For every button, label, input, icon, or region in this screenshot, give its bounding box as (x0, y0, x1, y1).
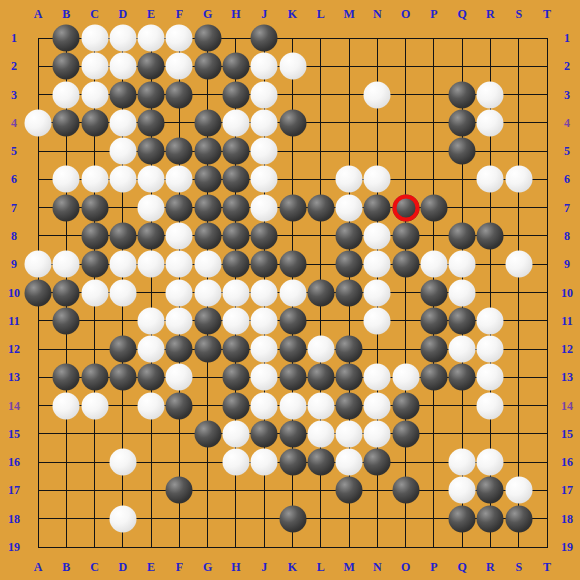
white-stone-G10[interactable] (194, 279, 221, 306)
white-stone-B6[interactable] (53, 166, 80, 193)
row-label-left-16: 16 (8, 456, 20, 468)
row-label-left-9: 9 (11, 258, 17, 270)
row-label-right-10: 10 (561, 287, 573, 299)
black-stone-K4[interactable] (279, 109, 306, 136)
white-stone-R16[interactable] (477, 449, 504, 476)
row-label-left-12: 12 (8, 343, 20, 355)
row-label-left-5: 5 (11, 145, 17, 157)
row-label-right-2: 2 (564, 60, 570, 72)
black-stone-H8[interactable] (222, 222, 249, 249)
black-stone-F3[interactable] (166, 81, 193, 108)
column-label-bottom-L: L (317, 561, 325, 573)
column-label-bottom-A: A (34, 561, 43, 573)
black-stone-G4[interactable] (194, 109, 221, 136)
row-label-right-15: 15 (561, 428, 573, 440)
black-stone-O17[interactable] (392, 477, 419, 504)
white-stone-N9[interactable] (364, 251, 391, 278)
row-label-left-6: 6 (11, 173, 17, 185)
white-stone-N11[interactable] (364, 307, 391, 334)
row-label-right-9: 9 (564, 258, 570, 270)
column-label-top-N: N (373, 8, 382, 20)
white-stone-B14[interactable] (53, 392, 80, 419)
black-stone-E3[interactable] (138, 81, 165, 108)
white-stone-L15[interactable] (307, 420, 334, 447)
column-label-top-O: O (401, 8, 410, 20)
column-label-bottom-K: K (288, 561, 297, 573)
white-stone-F6[interactable] (166, 166, 193, 193)
black-stone-B1[interactable] (53, 25, 80, 52)
go-board: AABBCCDDEEFFGGHHJJKKLLMMNNOOPPQQRRSSTT11… (0, 0, 580, 580)
black-stone-A10[interactable] (25, 279, 52, 306)
white-stone-E1[interactable] (138, 25, 165, 52)
column-label-bottom-R: R (486, 561, 495, 573)
black-stone-N16[interactable] (364, 449, 391, 476)
black-stone-H9[interactable] (222, 251, 249, 278)
white-stone-N14[interactable] (364, 392, 391, 419)
black-stone-K12[interactable] (279, 336, 306, 363)
white-stone-D5[interactable] (109, 138, 136, 165)
row-label-right-14: 14 (561, 400, 573, 412)
black-stone-D13[interactable] (109, 364, 136, 391)
black-stone-Q3[interactable] (449, 81, 476, 108)
column-label-top-L: L (317, 8, 325, 20)
black-stone-H13[interactable] (222, 364, 249, 391)
column-label-bottom-H: H (231, 561, 240, 573)
white-stone-J7[interactable] (251, 194, 278, 221)
row-label-right-13: 13 (561, 371, 573, 383)
black-stone-M14[interactable] (336, 392, 363, 419)
black-stone-O8[interactable] (392, 222, 419, 249)
white-stone-Q17[interactable] (449, 477, 476, 504)
row-label-left-3: 3 (11, 89, 17, 101)
column-label-top-D: D (118, 8, 127, 20)
white-stone-K10[interactable] (279, 279, 306, 306)
column-label-bottom-F: F (176, 561, 183, 573)
grid-line-vertical (405, 38, 406, 548)
black-stone-G8[interactable] (194, 222, 221, 249)
column-label-top-K: K (288, 8, 297, 20)
column-label-top-T: T (543, 8, 551, 20)
white-stone-D16[interactable] (109, 449, 136, 476)
black-stone-H6[interactable] (222, 166, 249, 193)
black-stone-M17[interactable] (336, 477, 363, 504)
black-stone-K7[interactable] (279, 194, 306, 221)
black-stone-Q11[interactable] (449, 307, 476, 334)
white-stone-N15[interactable] (364, 420, 391, 447)
white-stone-E14[interactable] (138, 392, 165, 419)
black-stone-B10[interactable] (53, 279, 80, 306)
white-stone-L12[interactable] (307, 336, 334, 363)
white-stone-C6[interactable] (81, 166, 108, 193)
column-label-bottom-T: T (543, 561, 551, 573)
row-label-right-11: 11 (561, 315, 572, 327)
black-stone-J8[interactable] (251, 222, 278, 249)
column-label-top-J: J (261, 8, 267, 20)
white-stone-R12[interactable] (477, 336, 504, 363)
black-stone-G2[interactable] (194, 53, 221, 80)
white-stone-R4[interactable] (477, 109, 504, 136)
white-stone-D9[interactable] (109, 251, 136, 278)
black-stone-J15[interactable] (251, 420, 278, 447)
column-label-bottom-P: P (430, 561, 437, 573)
black-stone-C4[interactable] (81, 109, 108, 136)
white-stone-L14[interactable] (307, 392, 334, 419)
white-stone-F10[interactable] (166, 279, 193, 306)
column-label-top-F: F (176, 8, 183, 20)
row-label-left-11: 11 (8, 315, 19, 327)
row-label-right-6: 6 (564, 173, 570, 185)
black-stone-K15[interactable] (279, 420, 306, 447)
black-stone-P7[interactable] (420, 194, 447, 221)
black-stone-Q8[interactable] (449, 222, 476, 249)
row-label-left-7: 7 (11, 202, 17, 214)
row-label-right-4: 4 (564, 117, 570, 129)
row-label-left-17: 17 (8, 484, 20, 496)
white-stone-J10[interactable] (251, 279, 278, 306)
white-stone-Q9[interactable] (449, 251, 476, 278)
white-stone-S6[interactable] (505, 166, 532, 193)
black-stone-D3[interactable] (109, 81, 136, 108)
black-stone-H7[interactable] (222, 194, 249, 221)
black-stone-H3[interactable] (222, 81, 249, 108)
black-stone-P12[interactable] (420, 336, 447, 363)
black-stone-L10[interactable] (307, 279, 334, 306)
white-stone-D18[interactable] (109, 505, 136, 532)
black-stone-J1[interactable] (251, 25, 278, 52)
white-stone-J2[interactable] (251, 53, 278, 80)
white-stone-K14[interactable] (279, 392, 306, 419)
row-label-right-8: 8 (564, 230, 570, 242)
white-stone-H11[interactable] (222, 307, 249, 334)
white-stone-J6[interactable] (251, 166, 278, 193)
white-stone-P9[interactable] (420, 251, 447, 278)
black-stone-H12[interactable] (222, 336, 249, 363)
row-label-left-8: 8 (11, 230, 17, 242)
black-stone-K16[interactable] (279, 449, 306, 476)
white-stone-F11[interactable] (166, 307, 193, 334)
white-stone-D4[interactable] (109, 109, 136, 136)
black-stone-P13[interactable] (420, 364, 447, 391)
white-stone-E6[interactable] (138, 166, 165, 193)
black-stone-M12[interactable] (336, 336, 363, 363)
white-stone-J13[interactable] (251, 364, 278, 391)
column-label-bottom-M: M (343, 561, 354, 573)
white-stone-N8[interactable] (364, 222, 391, 249)
white-stone-E7[interactable] (138, 194, 165, 221)
black-stone-Q13[interactable] (449, 364, 476, 391)
column-label-top-H: H (231, 8, 240, 20)
black-stone-B7[interactable] (53, 194, 80, 221)
row-label-right-3: 3 (564, 89, 570, 101)
row-label-left-13: 13 (8, 371, 20, 383)
white-stone-J12[interactable] (251, 336, 278, 363)
row-label-left-18: 18 (8, 513, 20, 525)
black-stone-D12[interactable] (109, 336, 136, 363)
black-stone-C7[interactable] (81, 194, 108, 221)
black-stone-N7[interactable] (364, 194, 391, 221)
white-stone-D6[interactable] (109, 166, 136, 193)
row-label-right-18: 18 (561, 513, 573, 525)
row-label-left-1: 1 (11, 32, 17, 44)
column-label-bottom-N: N (373, 561, 382, 573)
row-label-left-2: 2 (11, 60, 17, 72)
white-stone-F2[interactable] (166, 53, 193, 80)
white-stone-C3[interactable] (81, 81, 108, 108)
black-stone-P11[interactable] (420, 307, 447, 334)
black-stone-B13[interactable] (53, 364, 80, 391)
row-label-left-14: 14 (8, 400, 20, 412)
white-stone-S9[interactable] (505, 251, 532, 278)
column-label-top-S: S (515, 8, 522, 20)
white-stone-J14[interactable] (251, 392, 278, 419)
black-stone-G5[interactable] (194, 138, 221, 165)
row-label-right-1: 1 (564, 32, 570, 44)
black-stone-F12[interactable] (166, 336, 193, 363)
black-stone-F5[interactable] (166, 138, 193, 165)
black-stone-J9[interactable] (251, 251, 278, 278)
row-label-right-16: 16 (561, 456, 573, 468)
white-stone-J3[interactable] (251, 81, 278, 108)
black-stone-K11[interactable] (279, 307, 306, 334)
column-label-bottom-E: E (147, 561, 155, 573)
column-label-top-A: A (34, 8, 43, 20)
white-stone-J4[interactable] (251, 109, 278, 136)
black-stone-E5[interactable] (138, 138, 165, 165)
white-stone-F8[interactable] (166, 222, 193, 249)
row-label-right-5: 5 (564, 145, 570, 157)
black-stone-B2[interactable] (53, 53, 80, 80)
row-label-left-19: 19 (8, 541, 20, 553)
white-stone-N10[interactable] (364, 279, 391, 306)
white-stone-N6[interactable] (364, 166, 391, 193)
white-stone-A9[interactable] (25, 251, 52, 278)
column-label-top-C: C (90, 8, 99, 20)
column-label-bottom-J: J (261, 561, 267, 573)
black-stone-G7[interactable] (194, 194, 221, 221)
black-stone-O14[interactable] (392, 392, 419, 419)
white-stone-B9[interactable] (53, 251, 80, 278)
column-label-top-G: G (203, 8, 212, 20)
row-label-right-19: 19 (561, 541, 573, 553)
black-stone-C9[interactable] (81, 251, 108, 278)
black-stone-E2[interactable] (138, 53, 165, 80)
black-stone-G12[interactable] (194, 336, 221, 363)
white-stone-A4[interactable] (25, 109, 52, 136)
black-stone-L13[interactable] (307, 364, 334, 391)
white-stone-M16[interactable] (336, 449, 363, 476)
black-stone-F14[interactable] (166, 392, 193, 419)
white-stone-S17[interactable] (505, 477, 532, 504)
black-stone-R18[interactable] (477, 505, 504, 532)
column-label-top-R: R (486, 8, 495, 20)
black-stone-O9[interactable] (392, 251, 419, 278)
white-stone-M15[interactable] (336, 420, 363, 447)
black-stone-M13[interactable] (336, 364, 363, 391)
black-stone-E13[interactable] (138, 364, 165, 391)
black-stone-F17[interactable] (166, 477, 193, 504)
black-stone-M9[interactable] (336, 251, 363, 278)
white-stone-J11[interactable] (251, 307, 278, 334)
white-stone-F9[interactable] (166, 251, 193, 278)
white-stone-R6[interactable] (477, 166, 504, 193)
column-label-top-P: P (430, 8, 437, 20)
black-stone-L16[interactable] (307, 449, 334, 476)
black-stone-G15[interactable] (194, 420, 221, 447)
white-stone-F1[interactable] (166, 25, 193, 52)
white-stone-R11[interactable] (477, 307, 504, 334)
white-stone-E12[interactable] (138, 336, 165, 363)
black-stone-D8[interactable] (109, 222, 136, 249)
white-stone-K2[interactable] (279, 53, 306, 80)
black-stone-H5[interactable] (222, 138, 249, 165)
white-stone-R13[interactable] (477, 364, 504, 391)
column-label-bottom-S: S (515, 561, 522, 573)
white-stone-E11[interactable] (138, 307, 165, 334)
white-stone-R14[interactable] (477, 392, 504, 419)
white-stone-J16[interactable] (251, 449, 278, 476)
black-stone-E4[interactable] (138, 109, 165, 136)
white-stone-N3[interactable] (364, 81, 391, 108)
white-stone-O13[interactable] (392, 364, 419, 391)
white-stone-Q10[interactable] (449, 279, 476, 306)
black-stone-M8[interactable] (336, 222, 363, 249)
white-stone-H4[interactable] (222, 109, 249, 136)
white-stone-R3[interactable] (477, 81, 504, 108)
black-stone-K13[interactable] (279, 364, 306, 391)
column-label-bottom-Q: Q (457, 561, 466, 573)
black-stone-P10[interactable] (420, 279, 447, 306)
column-label-top-E: E (147, 8, 155, 20)
white-stone-C10[interactable] (81, 279, 108, 306)
column-label-bottom-C: C (90, 561, 99, 573)
white-stone-H15[interactable] (222, 420, 249, 447)
black-stone-C8[interactable] (81, 222, 108, 249)
black-stone-B11[interactable] (53, 307, 80, 334)
black-stone-S18[interactable] (505, 505, 532, 532)
grid-line-vertical (547, 38, 548, 548)
black-stone-O7[interactable] (392, 194, 419, 221)
white-stone-G9[interactable] (194, 251, 221, 278)
white-stone-M7[interactable] (336, 194, 363, 221)
black-stone-O15[interactable] (392, 420, 419, 447)
black-stone-C13[interactable] (81, 364, 108, 391)
column-label-top-B: B (62, 8, 70, 20)
column-label-top-M: M (343, 8, 354, 20)
row-label-right-17: 17 (561, 484, 573, 496)
row-label-left-15: 15 (8, 428, 20, 440)
white-stone-D2[interactable] (109, 53, 136, 80)
black-stone-Q5[interactable] (449, 138, 476, 165)
black-stone-R17[interactable] (477, 477, 504, 504)
row-label-right-12: 12 (561, 343, 573, 355)
white-stone-H10[interactable] (222, 279, 249, 306)
black-stone-H2[interactable] (222, 53, 249, 80)
black-stone-H14[interactable] (222, 392, 249, 419)
row-label-right-7: 7 (564, 202, 570, 214)
column-label-bottom-D: D (118, 561, 127, 573)
white-stone-E9[interactable] (138, 251, 165, 278)
white-stone-C2[interactable] (81, 53, 108, 80)
white-stone-B3[interactable] (53, 81, 80, 108)
black-stone-E8[interactable] (138, 222, 165, 249)
column-label-bottom-G: G (203, 561, 212, 573)
white-stone-C1[interactable] (81, 25, 108, 52)
black-stone-K9[interactable] (279, 251, 306, 278)
white-stone-Q12[interactable] (449, 336, 476, 363)
white-stone-H16[interactable] (222, 449, 249, 476)
black-stone-G11[interactable] (194, 307, 221, 334)
column-label-top-Q: Q (457, 8, 466, 20)
white-stone-D1[interactable] (109, 25, 136, 52)
white-stone-F13[interactable] (166, 364, 193, 391)
row-label-left-4: 4 (11, 117, 17, 129)
white-stone-D10[interactable] (109, 279, 136, 306)
white-stone-M6[interactable] (336, 166, 363, 193)
white-stone-J5[interactable] (251, 138, 278, 165)
column-label-bottom-O: O (401, 561, 410, 573)
black-stone-G1[interactable] (194, 25, 221, 52)
black-stone-F7[interactable] (166, 194, 193, 221)
grid-line-horizontal (38, 547, 548, 548)
black-stone-M10[interactable] (336, 279, 363, 306)
black-stone-Q4[interactable] (449, 109, 476, 136)
white-stone-N13[interactable] (364, 364, 391, 391)
white-stone-C14[interactable] (81, 392, 108, 419)
row-label-left-10: 10 (8, 287, 20, 299)
black-stone-R8[interactable] (477, 222, 504, 249)
black-stone-Q18[interactable] (449, 505, 476, 532)
column-label-bottom-B: B (62, 561, 70, 573)
black-stone-L7[interactable] (307, 194, 334, 221)
black-stone-B4[interactable] (53, 109, 80, 136)
grid-line-vertical (518, 38, 519, 548)
white-stone-Q16[interactable] (449, 449, 476, 476)
black-stone-K18[interactable] (279, 505, 306, 532)
black-stone-G6[interactable] (194, 166, 221, 193)
